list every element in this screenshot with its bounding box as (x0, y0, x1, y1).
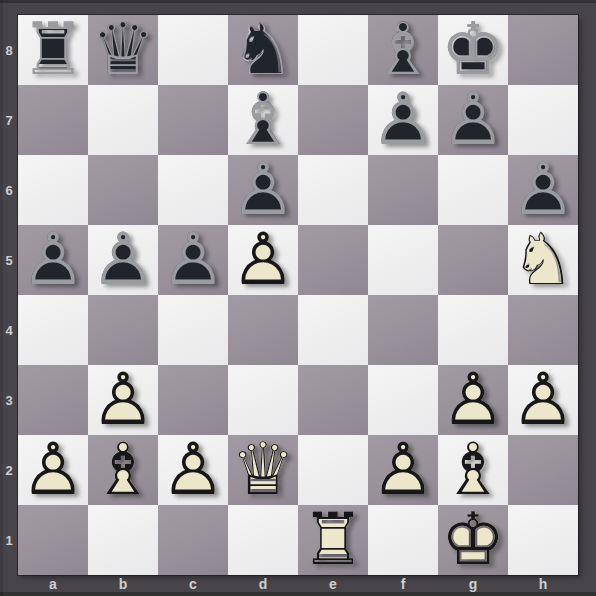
square-c5[interactable]: ♟♙ (158, 225, 228, 295)
square-f5[interactable] (368, 225, 438, 295)
white-pawn-outline-icon: ♙ (508, 365, 578, 435)
file-label-f: f (368, 575, 438, 596)
square-h1[interactable] (508, 505, 578, 575)
square-c3[interactable] (158, 365, 228, 435)
square-g4[interactable] (438, 295, 508, 365)
square-e5[interactable] (298, 225, 368, 295)
piece-black-pawn-h6[interactable]: ♟♙ (508, 155, 578, 225)
piece-white-bishop-g2[interactable]: ♝♗ (438, 435, 508, 505)
square-g5[interactable] (438, 225, 508, 295)
square-e7[interactable] (298, 85, 368, 155)
black-pawn-outline-icon: ♙ (508, 155, 578, 225)
piece-black-rook-a8[interactable]: ♜♖ (18, 15, 88, 85)
square-d4[interactable] (228, 295, 298, 365)
piece-black-bishop-d7[interactable]: ♝♗ (228, 85, 298, 155)
black-bishop-outline-icon: ♗ (368, 15, 438, 85)
file-label-b: b (88, 575, 158, 596)
square-h3[interactable]: ♟♙ (508, 365, 578, 435)
square-b7[interactable] (88, 85, 158, 155)
file-label-e: e (298, 575, 368, 596)
square-e6[interactable] (298, 155, 368, 225)
piece-black-pawn-c5[interactable]: ♟♙ (158, 225, 228, 295)
square-h2[interactable] (508, 435, 578, 505)
square-b2[interactable]: ♝♗ (88, 435, 158, 505)
black-pawn-outline-icon: ♙ (368, 85, 438, 155)
square-b3[interactable]: ♟♙ (88, 365, 158, 435)
square-g6[interactable] (438, 155, 508, 225)
square-d6[interactable]: ♟♙ (228, 155, 298, 225)
square-b1[interactable] (88, 505, 158, 575)
piece-black-knight-d8[interactable]: ♞♘ (228, 15, 298, 85)
square-f2[interactable]: ♟♙ (368, 435, 438, 505)
file-label-d: d (228, 575, 298, 596)
black-bishop-outline-icon: ♗ (228, 85, 298, 155)
square-c8[interactable] (158, 15, 228, 85)
square-h7[interactable] (508, 85, 578, 155)
square-g1[interactable]: ♚♔ (438, 505, 508, 575)
rank-label-5: 5 (0, 225, 18, 295)
square-d1[interactable] (228, 505, 298, 575)
file-label-a: a (18, 575, 88, 596)
square-e3[interactable] (298, 365, 368, 435)
board: ♜♖♛♕♞♘♝♗♚♔♝♗♟♙♟♙♟♙♟♙♟♙♟♙♟♙♟♙♞♘♟♙♟♙♟♙♟♙♝♗… (18, 15, 578, 575)
black-pawn-outline-icon: ♙ (438, 85, 508, 155)
square-a8[interactable]: ♜♖ (18, 15, 88, 85)
square-d2[interactable]: ♛♕ (228, 435, 298, 505)
file-label-c: c (158, 575, 228, 596)
black-pawn-outline-icon: ♙ (228, 155, 298, 225)
square-e4[interactable] (298, 295, 368, 365)
square-b8[interactable]: ♛♕ (88, 15, 158, 85)
square-a7[interactable] (18, 85, 88, 155)
black-king-outline-icon: ♔ (438, 15, 508, 85)
square-d8[interactable]: ♞♘ (228, 15, 298, 85)
piece-white-rook-e1[interactable]: ♜♖ (298, 505, 368, 575)
black-queen-outline-icon: ♕ (88, 15, 158, 85)
square-b5[interactable]: ♟♙ (88, 225, 158, 295)
piece-black-pawn-b5[interactable]: ♟♙ (88, 225, 158, 295)
piece-black-pawn-f7[interactable]: ♟♙ (368, 85, 438, 155)
square-b4[interactable] (88, 295, 158, 365)
square-a2[interactable]: ♟♙ (18, 435, 88, 505)
white-pawn-outline-icon: ♙ (228, 225, 298, 295)
square-e1[interactable]: ♜♖ (298, 505, 368, 575)
piece-black-pawn-a5[interactable]: ♟♙ (18, 225, 88, 295)
rank-label-3: 3 (0, 365, 18, 435)
white-pawn-outline-icon: ♙ (158, 435, 228, 505)
rank-label-1: 1 (0, 505, 18, 575)
square-f3[interactable] (368, 365, 438, 435)
black-rook-outline-icon: ♖ (18, 15, 88, 85)
white-bishop-outline-icon: ♗ (438, 435, 508, 505)
piece-black-king-g8[interactable]: ♚♔ (438, 15, 508, 85)
square-c4[interactable] (158, 295, 228, 365)
black-pawn-outline-icon: ♙ (158, 225, 228, 295)
square-c6[interactable] (158, 155, 228, 225)
square-d3[interactable] (228, 365, 298, 435)
white-rook-outline-icon: ♖ (298, 505, 368, 575)
rank-label-7: 7 (0, 85, 18, 155)
rank-labels: 87654321 (0, 15, 18, 575)
piece-white-pawn-a2[interactable]: ♟♙ (18, 435, 88, 505)
square-h8[interactable] (508, 15, 578, 85)
square-g7[interactable]: ♟♙ (438, 85, 508, 155)
piece-black-pawn-d6[interactable]: ♟♙ (228, 155, 298, 225)
square-h6[interactable]: ♟♙ (508, 155, 578, 225)
square-c1[interactable] (158, 505, 228, 575)
file-labels: abcdefgh (18, 575, 578, 596)
piece-black-pawn-g7[interactable]: ♟♙ (438, 85, 508, 155)
square-g3[interactable]: ♟♙ (438, 365, 508, 435)
square-d7[interactable]: ♝♗ (228, 85, 298, 155)
rank-label-2: 2 (0, 435, 18, 505)
square-a4[interactable] (18, 295, 88, 365)
white-bishop-outline-icon: ♗ (88, 435, 158, 505)
square-f1[interactable] (368, 505, 438, 575)
file-label-h: h (508, 575, 578, 596)
piece-white-king-g1[interactable]: ♚♔ (438, 505, 508, 575)
square-b6[interactable] (88, 155, 158, 225)
square-c2[interactable]: ♟♙ (158, 435, 228, 505)
white-pawn-outline-icon: ♙ (438, 365, 508, 435)
square-e2[interactable] (298, 435, 368, 505)
square-a1[interactable] (18, 505, 88, 575)
white-king-outline-icon: ♔ (438, 505, 508, 575)
square-c7[interactable] (158, 85, 228, 155)
square-f8[interactable]: ♝♗ (368, 15, 438, 85)
square-h5[interactable]: ♞♘ (508, 225, 578, 295)
square-d5[interactable]: ♟♙ (228, 225, 298, 295)
piece-white-pawn-d5[interactable]: ♟♙ (228, 225, 298, 295)
black-pawn-outline-icon: ♙ (88, 225, 158, 295)
square-f6[interactable] (368, 155, 438, 225)
square-f4[interactable] (368, 295, 438, 365)
square-a6[interactable] (18, 155, 88, 225)
piece-white-queen-d2[interactable]: ♛♕ (228, 435, 298, 505)
chessboard-frame: 87654321 ♜♖♛♕♞♘♝♗♚♔♝♗♟♙♟♙♟♙♟♙♟♙♟♙♟♙♟♙♞♘♟… (0, 0, 596, 596)
piece-white-pawn-b3[interactable]: ♟♙ (88, 365, 158, 435)
white-pawn-outline-icon: ♙ (368, 435, 438, 505)
square-e8[interactable] (298, 15, 368, 85)
square-h4[interactable] (508, 295, 578, 365)
black-pawn-outline-icon: ♙ (18, 225, 88, 295)
rank-label-8: 8 (0, 15, 18, 85)
rank-label-4: 4 (0, 295, 18, 365)
square-g2[interactable]: ♝♗ (438, 435, 508, 505)
piece-white-pawn-h3[interactable]: ♟♙ (508, 365, 578, 435)
white-pawn-outline-icon: ♙ (18, 435, 88, 505)
square-g8[interactable]: ♚♔ (438, 15, 508, 85)
piece-black-bishop-f8[interactable]: ♝♗ (368, 15, 438, 85)
square-a5[interactable]: ♟♙ (18, 225, 88, 295)
white-pawn-outline-icon: ♙ (88, 365, 158, 435)
square-f7[interactable]: ♟♙ (368, 85, 438, 155)
square-a3[interactable] (18, 365, 88, 435)
piece-white-pawn-f2[interactable]: ♟♙ (368, 435, 438, 505)
piece-black-queen-b8[interactable]: ♛♕ (88, 15, 158, 85)
piece-white-pawn-c2[interactable]: ♟♙ (158, 435, 228, 505)
black-knight-outline-icon: ♘ (228, 15, 298, 85)
piece-white-knight-h5[interactable]: ♞♘ (508, 225, 578, 295)
file-label-g: g (438, 575, 508, 596)
rank-label-6: 6 (0, 155, 18, 225)
piece-white-bishop-b2[interactable]: ♝♗ (88, 435, 158, 505)
white-queen-outline-icon: ♕ (228, 435, 298, 505)
white-knight-outline-icon: ♘ (508, 225, 578, 295)
piece-white-pawn-g3[interactable]: ♟♙ (438, 365, 508, 435)
